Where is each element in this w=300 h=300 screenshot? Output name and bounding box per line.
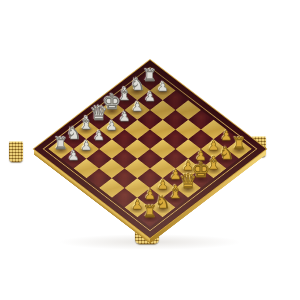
board-scene xyxy=(0,0,300,300)
chess-board xyxy=(33,59,268,239)
square-e5 xyxy=(137,129,162,149)
chess-set-photo: ♜♟♟♜♞♟♟♞♝♟♟♝♚♟♟♚♛♟♟♛♝♟♟♝♞♟♟♞♜♟♟♜ xyxy=(0,0,300,300)
board-grid xyxy=(48,71,252,227)
